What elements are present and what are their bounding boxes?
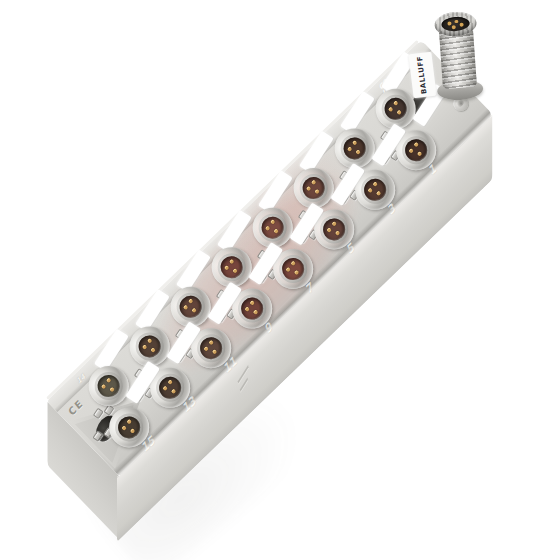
socket-pin-contact xyxy=(314,189,320,195)
socket-pin-contact xyxy=(109,387,115,393)
socket-pin-contact xyxy=(232,268,238,274)
socket-pin-contact xyxy=(191,308,197,314)
socket-pin-contact xyxy=(265,226,271,232)
socket-pin-contact xyxy=(126,419,132,425)
socket-pin-contact xyxy=(106,377,112,383)
socket-pin-contact xyxy=(252,310,258,316)
socket-pin-contact xyxy=(211,349,217,355)
socket-pin-contact xyxy=(393,100,399,106)
socket-pin-contact xyxy=(270,219,276,225)
brand-label-text: BALLUFF xyxy=(416,56,429,95)
socket-pin-contact xyxy=(413,141,419,147)
socket-pin-contact xyxy=(306,186,312,192)
socket-pin-contact xyxy=(244,307,250,313)
socket-pin-contact xyxy=(326,228,332,234)
socket-pin-contact xyxy=(331,221,337,227)
m12-pin-contact xyxy=(447,21,451,25)
socket-pin-contact xyxy=(100,384,106,390)
socket-pin-contact xyxy=(224,265,230,271)
socket-pin-contact xyxy=(285,267,291,273)
socket-pin-contact xyxy=(129,429,135,435)
socket-pin-contact xyxy=(375,191,381,197)
socket-pin-contact xyxy=(293,270,299,276)
socket-pin-contact xyxy=(416,151,422,157)
socket-pin-contact xyxy=(334,231,340,237)
socket-pin-contact xyxy=(372,181,378,187)
m12-pin-contact xyxy=(452,25,456,29)
socket-pin-contact xyxy=(273,229,279,235)
socket-pin-contact xyxy=(182,305,188,311)
socket-pin-contact xyxy=(150,348,156,354)
socket-pin-contact xyxy=(203,346,209,352)
m12-pin-contact xyxy=(459,23,463,27)
socket-pin-contact xyxy=(347,147,353,153)
socket-pin-contact xyxy=(249,300,255,306)
socket-pin-contact xyxy=(388,107,394,113)
socket-pin-contact xyxy=(121,426,127,432)
socket-pin-contact xyxy=(229,258,235,264)
socket-pin-contact xyxy=(147,338,153,344)
socket-pin-contact xyxy=(367,188,373,194)
socket-pin-contact xyxy=(355,150,361,156)
m12-connector xyxy=(431,10,485,107)
photo-stage: CE COM UB 0123456789101112131415 BALLUFF xyxy=(0,0,560,560)
embossed-marks xyxy=(238,364,252,400)
socket-pin-contact xyxy=(352,140,358,146)
socket-pin-contact xyxy=(141,345,147,351)
socket-pin-contact xyxy=(170,389,176,395)
socket-pin-contact xyxy=(162,386,168,392)
socket-pin-contact xyxy=(188,298,194,304)
socket-pin-contact xyxy=(167,379,173,385)
socket-pin-contact xyxy=(408,148,414,154)
m12-pin-contact xyxy=(454,19,458,23)
socket-pin-contact xyxy=(208,339,214,345)
socket-pin-contact xyxy=(290,260,296,266)
socket-pin-contact xyxy=(396,110,402,116)
socket-pin-contact xyxy=(311,179,317,185)
